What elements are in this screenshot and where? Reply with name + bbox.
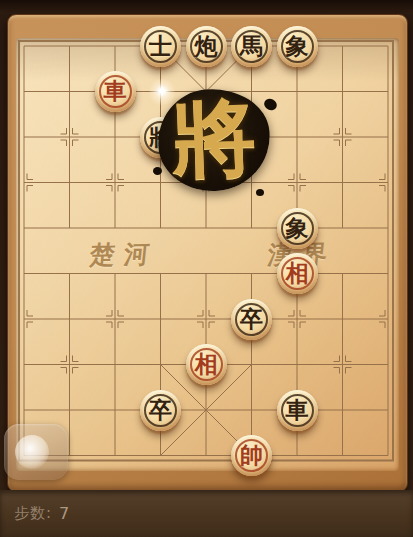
river-label-chu-he: 楚河 <box>88 239 159 270</box>
piece-red-general[interactable]: 帥 <box>231 435 272 476</box>
assistant-button-glow-icon <box>15 435 49 469</box>
board-grid-lines <box>16 38 399 471</box>
piece-glyph: 車 <box>286 398 309 421</box>
board-surface[interactable]: 楚河 漢界 士炮馬象車將象相卒相卒車帥 將 ✦ <box>16 38 399 471</box>
piece-red-elephant[interactable]: 相 <box>186 344 227 385</box>
piece-black-chariot[interactable]: 車 <box>277 390 318 431</box>
piece-glyph: 相 <box>286 261 309 284</box>
piece-glyph: 卒 <box>149 398 172 421</box>
piece-black-elephant[interactable]: 象 <box>277 26 318 67</box>
status-bar-area <box>0 0 413 14</box>
game-screen: 楚河 漢界 士炮馬象車將象相卒相卒車帥 將 ✦ 步数: 7 <box>0 0 413 537</box>
step-counter-label: 步数: <box>14 504 52 523</box>
piece-black-soldier[interactable]: 卒 <box>231 299 272 340</box>
assistant-button[interactable] <box>4 424 68 480</box>
piece-glyph: 車 <box>104 79 127 102</box>
piece-red-chariot[interactable]: 車 <box>95 71 136 112</box>
piece-glyph: 卒 <box>240 307 263 330</box>
piece-glyph: 馬 <box>240 34 263 57</box>
step-counter-value: 7 <box>59 504 69 523</box>
piece-red-elephant[interactable]: 相 <box>277 253 318 294</box>
piece-black-advisor[interactable]: 士 <box>140 26 181 67</box>
piece-glyph: 將 <box>149 125 172 148</box>
bottom-bar: 步数: 7 <box>0 490 413 537</box>
piece-black-elephant[interactable]: 象 <box>277 208 318 249</box>
piece-glyph: 象 <box>286 216 309 239</box>
piece-glyph: 象 <box>286 34 309 57</box>
piece-glyph: 帥 <box>240 443 263 466</box>
piece-glyph: 炮 <box>195 34 218 57</box>
piece-glyph: 士 <box>149 34 172 57</box>
piece-black-soldier[interactable]: 卒 <box>140 390 181 431</box>
board-frame: 楚河 漢界 士炮馬象車將象相卒相卒車帥 將 ✦ <box>7 14 408 492</box>
piece-black-horse[interactable]: 馬 <box>231 26 272 67</box>
piece-black-cannon[interactable]: 炮 <box>186 26 227 67</box>
piece-black-general[interactable]: 將 <box>140 117 181 158</box>
piece-glyph: 相 <box>195 352 218 375</box>
